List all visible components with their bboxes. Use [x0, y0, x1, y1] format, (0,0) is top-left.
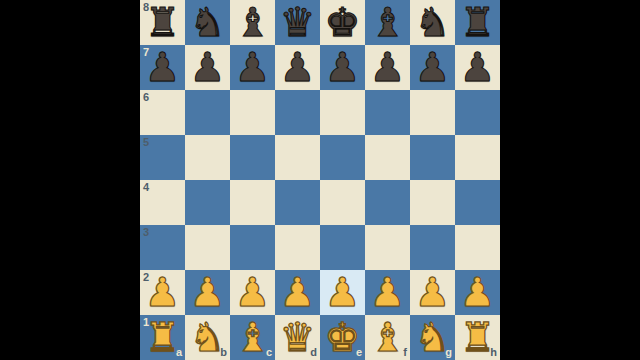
- rank-label-2: 2: [143, 272, 149, 283]
- square-g5[interactable]: [410, 135, 455, 180]
- file-label-d: d: [310, 347, 317, 358]
- piece-white-pawn[interactable]: ♟: [320, 270, 365, 315]
- square-b7[interactable]: ♟: [185, 45, 230, 90]
- piece-white-pawn[interactable]: ♟: [185, 270, 230, 315]
- square-c8[interactable]: ♝: [230, 0, 275, 45]
- square-d2[interactable]: ♟: [275, 270, 320, 315]
- square-f3[interactable]: [365, 225, 410, 270]
- piece-black-knight[interactable]: ♞: [185, 0, 230, 45]
- piece-black-pawn[interactable]: ♟: [185, 45, 230, 90]
- file-label-a: a: [176, 347, 182, 358]
- letterbox-left: [0, 0, 140, 360]
- square-f5[interactable]: [365, 135, 410, 180]
- square-e1[interactable]: ♚e: [320, 315, 365, 360]
- square-h6[interactable]: [455, 90, 500, 135]
- square-c2[interactable]: ♟: [230, 270, 275, 315]
- square-h2[interactable]: ♟: [455, 270, 500, 315]
- square-b3[interactable]: [185, 225, 230, 270]
- file-label-c: c: [266, 347, 272, 358]
- video-frame: ♜8♞♝♛♚♝♞♜♟7♟♟♟♟♟♟♟6543♟2♟♟♟♟♟♟♟♜1a♞b♝c♛d…: [0, 0, 640, 360]
- square-f2[interactable]: ♟: [365, 270, 410, 315]
- square-a6[interactable]: 6: [140, 90, 185, 135]
- rank-label-5: 5: [143, 137, 149, 148]
- square-d8[interactable]: ♛: [275, 0, 320, 45]
- rank-label-3: 3: [143, 227, 149, 238]
- square-b2[interactable]: ♟: [185, 270, 230, 315]
- square-a5[interactable]: 5: [140, 135, 185, 180]
- square-c5[interactable]: [230, 135, 275, 180]
- square-h5[interactable]: [455, 135, 500, 180]
- piece-black-king[interactable]: ♚: [320, 0, 365, 45]
- file-label-g: g: [445, 347, 452, 358]
- square-f1[interactable]: ♝f: [365, 315, 410, 360]
- square-b5[interactable]: [185, 135, 230, 180]
- piece-white-pawn[interactable]: ♟: [365, 270, 410, 315]
- piece-black-queen[interactable]: ♛: [275, 0, 320, 45]
- piece-black-bishop[interactable]: ♝: [230, 0, 275, 45]
- square-g3[interactable]: [410, 225, 455, 270]
- rank-label-7: 7: [143, 47, 149, 58]
- square-e6[interactable]: [320, 90, 365, 135]
- square-d7[interactable]: ♟: [275, 45, 320, 90]
- square-d6[interactable]: [275, 90, 320, 135]
- piece-white-pawn[interactable]: ♟: [410, 270, 455, 315]
- square-d1[interactable]: ♛d: [275, 315, 320, 360]
- square-e4[interactable]: [320, 180, 365, 225]
- square-g4[interactable]: [410, 180, 455, 225]
- piece-black-rook[interactable]: ♜: [455, 0, 500, 45]
- square-d4[interactable]: [275, 180, 320, 225]
- square-b6[interactable]: [185, 90, 230, 135]
- square-f7[interactable]: ♟: [365, 45, 410, 90]
- square-e5[interactable]: [320, 135, 365, 180]
- rank-label-8: 8: [143, 2, 149, 13]
- square-e2[interactable]: ♟: [320, 270, 365, 315]
- square-h1[interactable]: ♜h: [455, 315, 500, 360]
- square-h8[interactable]: ♜: [455, 0, 500, 45]
- piece-black-pawn[interactable]: ♟: [455, 45, 500, 90]
- piece-black-pawn[interactable]: ♟: [365, 45, 410, 90]
- square-h4[interactable]: [455, 180, 500, 225]
- square-c3[interactable]: [230, 225, 275, 270]
- square-g6[interactable]: [410, 90, 455, 135]
- square-e7[interactable]: ♟: [320, 45, 365, 90]
- file-label-e: e: [356, 347, 362, 358]
- letterbox-right: [500, 0, 640, 360]
- square-a8[interactable]: ♜8: [140, 0, 185, 45]
- piece-black-pawn[interactable]: ♟: [230, 45, 275, 90]
- square-d5[interactable]: [275, 135, 320, 180]
- square-c7[interactable]: ♟: [230, 45, 275, 90]
- piece-black-pawn[interactable]: ♟: [410, 45, 455, 90]
- piece-black-knight[interactable]: ♞: [410, 0, 455, 45]
- square-f6[interactable]: [365, 90, 410, 135]
- square-b4[interactable]: [185, 180, 230, 225]
- piece-black-bishop[interactable]: ♝: [365, 0, 410, 45]
- rank-label-4: 4: [143, 182, 149, 193]
- square-b8[interactable]: ♞: [185, 0, 230, 45]
- piece-black-pawn[interactable]: ♟: [320, 45, 365, 90]
- square-f8[interactable]: ♝: [365, 0, 410, 45]
- square-g7[interactable]: ♟: [410, 45, 455, 90]
- file-label-h: h: [490, 347, 497, 358]
- square-a4[interactable]: 4: [140, 180, 185, 225]
- piece-white-pawn[interactable]: ♟: [230, 270, 275, 315]
- square-c6[interactable]: [230, 90, 275, 135]
- square-g8[interactable]: ♞: [410, 0, 455, 45]
- square-b1[interactable]: ♞b: [185, 315, 230, 360]
- square-c1[interactable]: ♝c: [230, 315, 275, 360]
- square-h3[interactable]: [455, 225, 500, 270]
- square-f4[interactable]: [365, 180, 410, 225]
- rank-label-6: 6: [143, 92, 149, 103]
- piece-white-pawn[interactable]: ♟: [455, 270, 500, 315]
- square-c4[interactable]: [230, 180, 275, 225]
- square-a3[interactable]: 3: [140, 225, 185, 270]
- square-h7[interactable]: ♟: [455, 45, 500, 90]
- file-label-f: f: [403, 347, 407, 358]
- square-g2[interactable]: ♟: [410, 270, 455, 315]
- piece-white-pawn[interactable]: ♟: [275, 270, 320, 315]
- square-a2[interactable]: ♟2: [140, 270, 185, 315]
- square-e3[interactable]: [320, 225, 365, 270]
- chess-board: ♜8♞♝♛♚♝♞♜♟7♟♟♟♟♟♟♟6543♟2♟♟♟♟♟♟♟♜1a♞b♝c♛d…: [140, 0, 500, 360]
- square-a7[interactable]: ♟7: [140, 45, 185, 90]
- rank-label-1: 1: [143, 317, 149, 328]
- square-a1[interactable]: ♜1a: [140, 315, 185, 360]
- square-e8[interactable]: ♚: [320, 0, 365, 45]
- square-d3[interactable]: [275, 225, 320, 270]
- piece-black-pawn[interactable]: ♟: [275, 45, 320, 90]
- file-label-b: b: [220, 347, 227, 358]
- square-g1[interactable]: ♞g: [410, 315, 455, 360]
